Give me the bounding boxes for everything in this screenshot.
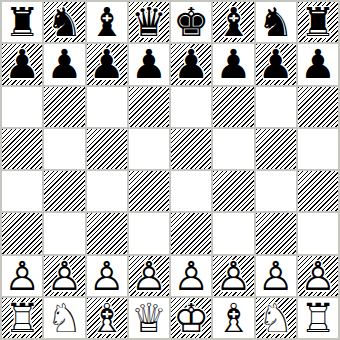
piece-bP[interactable]: ♟ — [2, 44, 42, 84]
piece-glyph: ♟ — [256, 44, 296, 84]
piece-glyph: ♙ — [256, 256, 296, 296]
piece-glyph: ♟ — [298, 44, 338, 84]
square-b2[interactable]: ♟♙ — [44, 256, 84, 296]
piece-glyph: ♟ — [2, 44, 42, 84]
square-a3[interactable] — [2, 213, 42, 253]
piece-bN[interactable]: ♞ — [44, 2, 84, 42]
piece-glyph: ♝ — [87, 2, 127, 42]
piece-wP[interactable]: ♟♙ — [129, 256, 169, 296]
square-h7[interactable]: ♟ — [298, 44, 338, 84]
piece-wP[interactable]: ♟♙ — [171, 256, 211, 296]
square-h2[interactable]: ♟♙ — [298, 256, 338, 296]
piece-bK[interactable]: ♚ — [171, 2, 211, 42]
square-c4[interactable] — [87, 171, 127, 211]
piece-glyph: ♙ — [171, 256, 211, 296]
square-e8[interactable]: ♚ — [171, 2, 211, 42]
square-f1[interactable]: ♝♗ — [213, 298, 253, 338]
piece-wP[interactable]: ♟♙ — [298, 256, 338, 296]
square-d2[interactable]: ♟♙ — [129, 256, 169, 296]
piece-glyph: ♖ — [298, 298, 338, 338]
piece-glyph: ♖ — [2, 298, 42, 338]
square-a4[interactable] — [2, 171, 42, 211]
piece-wP[interactable]: ♟♙ — [44, 256, 84, 296]
square-f6[interactable] — [213, 87, 253, 127]
square-e3[interactable] — [171, 213, 211, 253]
piece-wN[interactable]: ♞♘ — [44, 298, 84, 338]
square-a8[interactable]: ♜ — [2, 2, 42, 42]
square-c3[interactable] — [87, 213, 127, 253]
piece-glyph: ♟ — [44, 44, 84, 84]
piece-wQ[interactable]: ♛♕ — [129, 298, 169, 338]
piece-wB[interactable]: ♝♗ — [87, 298, 127, 338]
square-f7[interactable]: ♟ — [213, 44, 253, 84]
square-e6[interactable] — [171, 87, 211, 127]
piece-wR[interactable]: ♜♖ — [2, 298, 42, 338]
square-d8[interactable]: ♛ — [129, 2, 169, 42]
square-a2[interactable]: ♟♙ — [2, 256, 42, 296]
piece-glyph: ♙ — [2, 256, 42, 296]
square-c2[interactable]: ♟♙ — [87, 256, 127, 296]
square-d1[interactable]: ♛♕ — [129, 298, 169, 338]
square-g6[interactable] — [256, 87, 296, 127]
square-b8[interactable]: ♞ — [44, 2, 84, 42]
piece-glyph: ♟ — [171, 44, 211, 84]
piece-bR[interactable]: ♜ — [2, 2, 42, 42]
square-a6[interactable] — [2, 87, 42, 127]
chess-board: ♜♞♝♛♚♝♞♜♟♟♟♟♟♟♟♟♟♙♟♙♟♙♟♙♟♙♟♙♟♙♟♙♜♖♞♘♝♗♛♕… — [0, 0, 340, 340]
piece-glyph: ♟ — [213, 44, 253, 84]
square-c6[interactable] — [87, 87, 127, 127]
piece-glyph: ♛ — [129, 2, 169, 42]
piece-glyph: ♝ — [213, 2, 253, 42]
piece-wP[interactable]: ♟♙ — [256, 256, 296, 296]
square-d5[interactable] — [129, 129, 169, 169]
square-c1[interactable]: ♝♗ — [87, 298, 127, 338]
piece-glyph: ♞ — [44, 2, 84, 42]
piece-glyph: ♕ — [129, 298, 169, 338]
piece-bP[interactable]: ♟ — [298, 44, 338, 84]
square-e7[interactable]: ♟ — [171, 44, 211, 84]
square-a1[interactable]: ♜♖ — [2, 298, 42, 338]
square-h4[interactable] — [298, 171, 338, 211]
square-f5[interactable] — [213, 129, 253, 169]
square-d4[interactable] — [129, 171, 169, 211]
square-b3[interactable] — [44, 213, 84, 253]
piece-bB[interactable]: ♝ — [213, 2, 253, 42]
piece-glyph: ♗ — [213, 298, 253, 338]
square-g7[interactable]: ♟ — [256, 44, 296, 84]
square-f8[interactable]: ♝ — [213, 2, 253, 42]
piece-glyph: ♟ — [87, 44, 127, 84]
piece-bP[interactable]: ♟ — [44, 44, 84, 84]
piece-wB[interactable]: ♝♗ — [213, 298, 253, 338]
square-f4[interactable] — [213, 171, 253, 211]
square-e1[interactable]: ♚♔ — [171, 298, 211, 338]
square-d3[interactable] — [129, 213, 169, 253]
square-f3[interactable] — [213, 213, 253, 253]
piece-bB[interactable]: ♝ — [87, 2, 127, 42]
piece-bR[interactable]: ♜ — [298, 2, 338, 42]
piece-glyph: ♙ — [129, 256, 169, 296]
square-e2[interactable]: ♟♙ — [171, 256, 211, 296]
piece-wP[interactable]: ♟♙ — [213, 256, 253, 296]
piece-glyph: ♙ — [87, 256, 127, 296]
square-g3[interactable] — [256, 213, 296, 253]
piece-wR[interactable]: ♜♖ — [298, 298, 338, 338]
square-b4[interactable] — [44, 171, 84, 211]
piece-glyph: ♙ — [44, 256, 84, 296]
square-b7[interactable]: ♟ — [44, 44, 84, 84]
piece-glyph: ♚ — [171, 2, 211, 42]
piece-glyph: ♗ — [87, 298, 127, 338]
square-h6[interactable] — [298, 87, 338, 127]
square-g4[interactable] — [256, 171, 296, 211]
piece-glyph: ♞ — [256, 2, 296, 42]
square-d6[interactable] — [129, 87, 169, 127]
piece-bP[interactable]: ♟ — [256, 44, 296, 84]
piece-glyph: ♜ — [298, 2, 338, 42]
square-b6[interactable] — [44, 87, 84, 127]
piece-glyph: ♘ — [44, 298, 84, 338]
square-h8[interactable]: ♜ — [298, 2, 338, 42]
piece-glyph: ♔ — [171, 298, 211, 338]
square-b5[interactable] — [44, 129, 84, 169]
square-c7[interactable]: ♟ — [87, 44, 127, 84]
square-g1[interactable]: ♞♘ — [256, 298, 296, 338]
square-g2[interactable]: ♟♙ — [256, 256, 296, 296]
piece-bQ[interactable]: ♛ — [129, 2, 169, 42]
square-h5[interactable] — [298, 129, 338, 169]
piece-glyph: ♙ — [298, 256, 338, 296]
piece-bP[interactable]: ♟ — [171, 44, 211, 84]
piece-wN[interactable]: ♞♘ — [256, 298, 296, 338]
square-c5[interactable] — [87, 129, 127, 169]
square-d7[interactable]: ♟ — [129, 44, 169, 84]
piece-bP[interactable]: ♟ — [129, 44, 169, 84]
square-e4[interactable] — [171, 171, 211, 211]
piece-wP[interactable]: ♟♙ — [2, 256, 42, 296]
square-g5[interactable] — [256, 129, 296, 169]
piece-bN[interactable]: ♞ — [256, 2, 296, 42]
piece-glyph: ♟ — [129, 44, 169, 84]
square-e5[interactable] — [171, 129, 211, 169]
square-h1[interactable]: ♜♖ — [298, 298, 338, 338]
piece-wP[interactable]: ♟♙ — [87, 256, 127, 296]
piece-glyph: ♙ — [213, 256, 253, 296]
square-h3[interactable] — [298, 213, 338, 253]
square-g8[interactable]: ♞ — [256, 2, 296, 42]
piece-bP[interactable]: ♟ — [87, 44, 127, 84]
square-b1[interactable]: ♞♘ — [44, 298, 84, 338]
piece-glyph: ♜ — [2, 2, 42, 42]
piece-glyph: ♘ — [256, 298, 296, 338]
piece-bP[interactable]: ♟ — [213, 44, 253, 84]
square-a7[interactable]: ♟ — [2, 44, 42, 84]
square-c8[interactable]: ♝ — [87, 2, 127, 42]
piece-wK[interactable]: ♚♔ — [171, 298, 211, 338]
square-f2[interactable]: ♟♙ — [213, 256, 253, 296]
square-a5[interactable] — [2, 129, 42, 169]
